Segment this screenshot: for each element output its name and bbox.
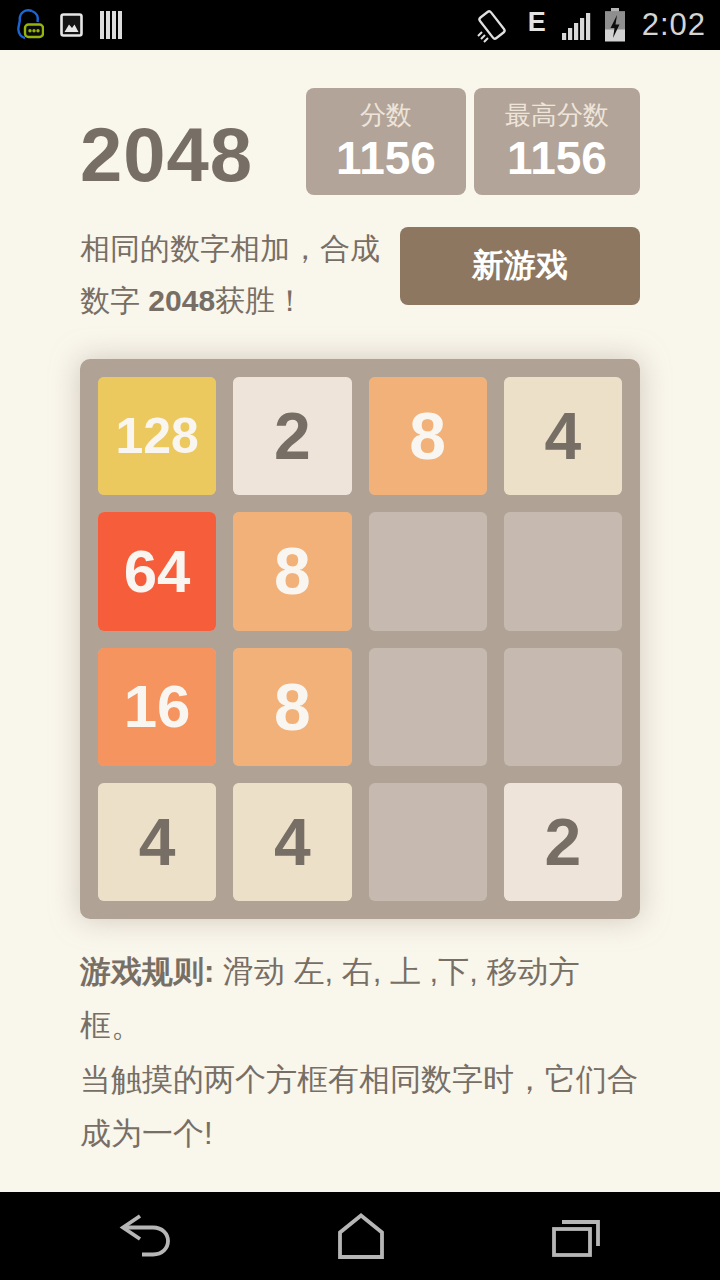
board-cell: 4 bbox=[504, 377, 622, 495]
rules-line2: 当触摸的两个方框有相同数字时，它们合 bbox=[80, 1062, 638, 1097]
board-cell: 8 bbox=[369, 377, 487, 495]
status-bar-system: E 2:02 bbox=[474, 0, 706, 50]
board-cell bbox=[369, 783, 487, 901]
status-bar: E 2:02 bbox=[0, 0, 720, 50]
best-score-box: 最高分数 1156 bbox=[474, 88, 640, 195]
intro-line2-prefix: 数字 bbox=[80, 284, 148, 317]
app-title: 2048 bbox=[80, 117, 253, 193]
board-cell: 64 bbox=[98, 512, 216, 630]
new-game-button[interactable]: 新游戏 bbox=[400, 227, 640, 305]
qq-notification-icon bbox=[14, 8, 44, 42]
back-icon bbox=[116, 1213, 174, 1259]
tile-4: 4 bbox=[233, 783, 351, 901]
board-cell bbox=[504, 648, 622, 766]
network-type-label: E bbox=[528, 7, 546, 38]
clock-label: 2:02 bbox=[642, 7, 706, 43]
board-cell bbox=[369, 648, 487, 766]
recents-icon bbox=[548, 1213, 604, 1259]
board-cell bbox=[369, 512, 487, 630]
game-content: 2048 分数 1156 最高分数 1156 相同的数字相加，合成数字 2048… bbox=[0, 88, 720, 1161]
score-box: 分数 1156 bbox=[306, 88, 466, 195]
phone-screen: E 2:02 bbox=[0, 0, 720, 1280]
intro-row: 相同的数字相加，合成数字 2048获胜！ 新游戏 bbox=[80, 223, 640, 327]
header: 2048 分数 1156 最高分数 1156 bbox=[80, 88, 640, 195]
board-cell: 2 bbox=[233, 377, 351, 495]
tile-64: 64 bbox=[98, 512, 216, 630]
rules-text: 游戏规则: 滑动 左, 右, 上 ,下, 移动方框。当触摸的两个方框有相同数字时… bbox=[80, 945, 640, 1161]
battery-charging-icon bbox=[604, 7, 626, 43]
tile-8: 8 bbox=[233, 648, 351, 766]
intro-line2-suffix: 获胜！ bbox=[215, 284, 305, 317]
intro-line2-goal: 2048 bbox=[148, 284, 215, 317]
barcode-icon bbox=[99, 9, 124, 41]
board-cell: 8 bbox=[233, 648, 351, 766]
tile-4: 4 bbox=[504, 377, 622, 495]
board-cell: 4 bbox=[98, 783, 216, 901]
board-cell: 8 bbox=[233, 512, 351, 630]
intro-line1: 相同的数字相加，合成 bbox=[80, 232, 380, 265]
best-score-label: 最高分数 bbox=[505, 99, 609, 132]
back-button[interactable] bbox=[116, 1213, 174, 1259]
home-button[interactable] bbox=[333, 1212, 389, 1260]
score-value: 1156 bbox=[336, 132, 436, 184]
rules-title: 游戏规则: bbox=[80, 954, 214, 989]
tile-128: 128 bbox=[98, 377, 216, 495]
board-cell bbox=[504, 512, 622, 630]
signal-icon bbox=[562, 10, 594, 40]
best-score-value: 1156 bbox=[507, 132, 607, 184]
board-cell: 128 bbox=[98, 377, 216, 495]
tile-2: 2 bbox=[504, 783, 622, 901]
rules-line3: 成为一个! bbox=[80, 1116, 213, 1151]
tile-4: 4 bbox=[98, 783, 216, 901]
vibrate-icon bbox=[474, 6, 510, 44]
game-board[interactable]: 128284648168442 bbox=[80, 359, 640, 919]
android-nav-bar bbox=[0, 1192, 720, 1280]
tile-8: 8 bbox=[369, 377, 487, 495]
board-cell: 2 bbox=[504, 783, 622, 901]
tile-16: 16 bbox=[98, 648, 216, 766]
gallery-icon bbox=[60, 10, 83, 40]
tile-8: 8 bbox=[233, 512, 351, 630]
board-cell: 16 bbox=[98, 648, 216, 766]
recents-button[interactable] bbox=[548, 1213, 604, 1259]
home-icon bbox=[333, 1212, 389, 1260]
tile-2: 2 bbox=[233, 377, 351, 495]
score-label: 分数 bbox=[360, 99, 412, 132]
board-cell: 4 bbox=[233, 783, 351, 901]
scores: 分数 1156 最高分数 1156 bbox=[306, 88, 640, 195]
status-bar-notifications bbox=[14, 0, 124, 50]
intro-text: 相同的数字相加，合成数字 2048获胜！ bbox=[80, 223, 380, 327]
